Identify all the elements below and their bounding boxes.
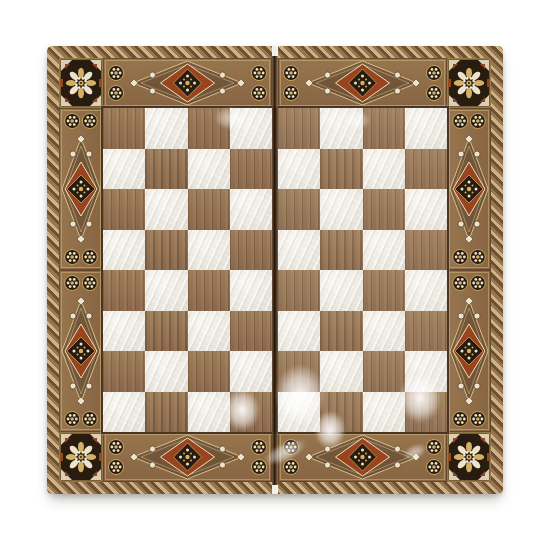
medallion-panel-bottom-right bbox=[278, 432, 447, 482]
board-left-half bbox=[103, 108, 272, 432]
mosaic-medallion-icon bbox=[103, 58, 272, 108]
square-g3[interactable] bbox=[363, 311, 405, 352]
square-d4[interactable] bbox=[230, 270, 272, 311]
square-b1[interactable] bbox=[145, 392, 187, 433]
square-d7[interactable] bbox=[230, 149, 272, 190]
square-h5[interactable] bbox=[405, 230, 447, 271]
medallion-panel-left-top bbox=[59, 108, 103, 270]
medallion-panel-top-left bbox=[103, 58, 272, 108]
square-a1[interactable] bbox=[103, 392, 145, 433]
square-e6[interactable] bbox=[278, 189, 320, 230]
square-c6[interactable] bbox=[188, 189, 230, 230]
square-d2[interactable] bbox=[230, 351, 272, 392]
star-rosette-icon bbox=[59, 58, 103, 108]
square-g8[interactable] bbox=[363, 108, 405, 149]
square-b6[interactable] bbox=[145, 189, 187, 230]
seam-gap-top bbox=[272, 46, 278, 56]
square-b4[interactable] bbox=[145, 270, 187, 311]
mosaic-medallion-icon bbox=[103, 432, 272, 482]
square-a5[interactable] bbox=[103, 230, 145, 271]
square-a3[interactable] bbox=[103, 311, 145, 352]
square-b2[interactable] bbox=[145, 351, 187, 392]
square-c3[interactable] bbox=[188, 311, 230, 352]
square-a8[interactable] bbox=[103, 108, 145, 149]
square-b5[interactable] bbox=[145, 230, 187, 271]
square-h6[interactable] bbox=[405, 189, 447, 230]
seam-gap-bottom bbox=[272, 485, 278, 494]
square-f7[interactable] bbox=[320, 149, 362, 190]
square-h8[interactable] bbox=[405, 108, 447, 149]
corner-rosette-top-left bbox=[59, 58, 103, 108]
medallion-panel-right-top bbox=[447, 108, 491, 270]
star-rosette-icon bbox=[447, 432, 491, 482]
mosaic-medallion-icon bbox=[278, 432, 447, 482]
square-d3[interactable] bbox=[230, 311, 272, 352]
square-g1[interactable] bbox=[363, 392, 405, 433]
square-b7[interactable] bbox=[145, 149, 187, 190]
corner-rosette-bottom-right bbox=[447, 432, 491, 482]
medallion-panel-right-bottom bbox=[447, 270, 491, 432]
square-f8[interactable] bbox=[320, 108, 362, 149]
square-g7[interactable] bbox=[363, 149, 405, 190]
chessboard-photo bbox=[47, 46, 503, 494]
square-d6[interactable] bbox=[230, 189, 272, 230]
star-rosette-icon bbox=[59, 432, 103, 482]
square-b8[interactable] bbox=[145, 108, 187, 149]
square-e3[interactable] bbox=[278, 311, 320, 352]
square-c4[interactable] bbox=[188, 270, 230, 311]
square-d8[interactable] bbox=[230, 108, 272, 149]
square-e1[interactable] bbox=[278, 392, 320, 433]
square-c5[interactable] bbox=[188, 230, 230, 271]
square-e4[interactable] bbox=[278, 270, 320, 311]
square-g6[interactable] bbox=[363, 189, 405, 230]
square-a6[interactable] bbox=[103, 189, 145, 230]
square-f3[interactable] bbox=[320, 311, 362, 352]
square-e2[interactable] bbox=[278, 351, 320, 392]
mosaic-medallion-icon bbox=[278, 58, 447, 108]
square-f4[interactable] bbox=[320, 270, 362, 311]
square-a7[interactable] bbox=[103, 149, 145, 190]
medallion-panel-bottom-left bbox=[103, 432, 272, 482]
mosaic-medallion-icon bbox=[447, 270, 491, 432]
fold-seam bbox=[272, 46, 278, 494]
square-c1[interactable] bbox=[188, 392, 230, 433]
square-b3[interactable] bbox=[145, 311, 187, 352]
square-e8[interactable] bbox=[278, 108, 320, 149]
mosaic-medallion-icon bbox=[59, 108, 103, 270]
medallion-panel-left-bottom bbox=[59, 270, 103, 432]
square-d1[interactable] bbox=[230, 392, 272, 433]
square-g2[interactable] bbox=[363, 351, 405, 392]
square-g4[interactable] bbox=[363, 270, 405, 311]
corner-rosette-top-right bbox=[447, 58, 491, 108]
square-h1[interactable] bbox=[405, 392, 447, 433]
mosaic-medallion-icon bbox=[447, 108, 491, 270]
square-f6[interactable] bbox=[320, 189, 362, 230]
square-e7[interactable] bbox=[278, 149, 320, 190]
square-h3[interactable] bbox=[405, 311, 447, 352]
square-d5[interactable] bbox=[230, 230, 272, 271]
square-f1[interactable] bbox=[320, 392, 362, 433]
corner-rosette-bottom-left bbox=[59, 432, 103, 482]
square-g5[interactable] bbox=[363, 230, 405, 271]
square-e5[interactable] bbox=[278, 230, 320, 271]
medallion-panel-top-right bbox=[278, 58, 447, 108]
board-right-half bbox=[278, 108, 447, 432]
square-c7[interactable] bbox=[188, 149, 230, 190]
star-rosette-icon bbox=[447, 58, 491, 108]
square-f2[interactable] bbox=[320, 351, 362, 392]
square-c8[interactable] bbox=[188, 108, 230, 149]
square-c2[interactable] bbox=[188, 351, 230, 392]
square-f5[interactable] bbox=[320, 230, 362, 271]
square-a2[interactable] bbox=[103, 351, 145, 392]
mosaic-medallion-icon bbox=[59, 270, 103, 432]
square-h2[interactable] bbox=[405, 351, 447, 392]
square-h4[interactable] bbox=[405, 270, 447, 311]
square-a4[interactable] bbox=[103, 270, 145, 311]
square-h7[interactable] bbox=[405, 149, 447, 190]
